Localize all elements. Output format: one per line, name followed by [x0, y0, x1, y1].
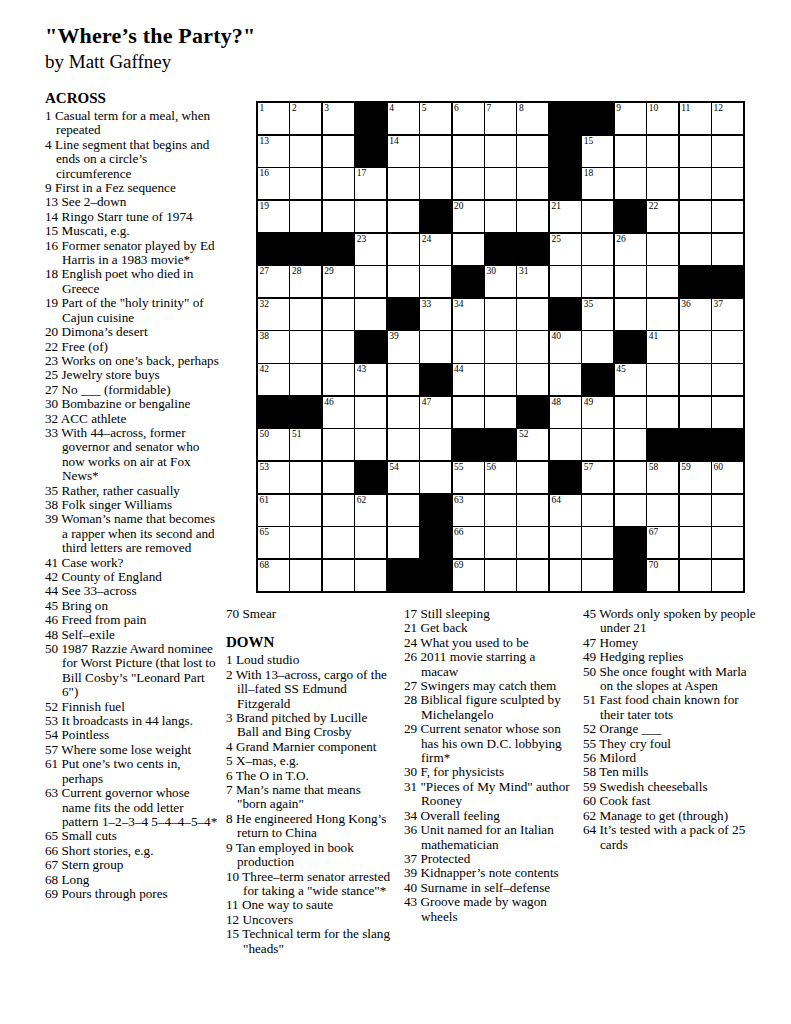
black-square	[420, 201, 451, 232]
grid-cell-r12c1[interactable]: 53	[258, 462, 289, 493]
cell-number: 30	[487, 266, 497, 277]
cell-number: 32	[260, 299, 270, 310]
grid-cell-r8c3[interactable]	[323, 331, 354, 362]
grid-cell-r5c13[interactable]	[647, 234, 678, 265]
clue-across-13: 13 See 2–down	[45, 195, 221, 209]
black-square	[453, 429, 484, 460]
clue-down-10: 10 Three–term senator arrested for takin…	[226, 870, 392, 899]
grid-cell-r2c11[interactable]: 15	[582, 136, 613, 167]
clue-column-2: 70 Smear DOWN 1 Loud studio2 With 13–acr…	[226, 607, 392, 956]
grid-cell-r12c6[interactable]	[420, 462, 451, 493]
grid-cell-r12c9[interactable]	[517, 462, 548, 493]
grid-cell-r13c9[interactable]	[517, 495, 548, 526]
grid-cell-r9c2[interactable]	[290, 364, 321, 395]
clue-down-60: 60 Cook fast	[583, 794, 759, 808]
grid-cell-r8c11[interactable]	[582, 331, 613, 362]
grid-cell-r10c14[interactable]	[680, 397, 711, 428]
cell-number: 55	[454, 462, 464, 473]
clue-across-44: 44 See 33–across	[45, 584, 221, 598]
clue-across-4: 4 Line segment that begins and ends on a…	[45, 138, 221, 181]
clue-down-15: 15 Technical term for the slang "heads"	[226, 927, 392, 956]
grid-cell-r7c1[interactable]: 32	[258, 299, 289, 330]
clue-across-65: 65 Small cuts	[45, 829, 221, 843]
clue-across-48: 48 Self–exile	[45, 628, 221, 642]
clue-across-35: 35 Rather, rather casually	[45, 484, 221, 498]
grid-cell-r1c7[interactable]: 6	[453, 103, 484, 134]
grid-cell-r13c12[interactable]	[615, 495, 646, 526]
clue-across-32: 32 ACC athlete	[45, 412, 221, 426]
grid-cell-r14c3[interactable]	[323, 527, 354, 558]
grid-cell-r14c10[interactable]	[550, 527, 581, 558]
grid-cell-r10c7[interactable]	[453, 397, 484, 428]
grid-cell-r13c8[interactable]	[485, 495, 516, 526]
grid-cell-r10c10[interactable]: 48	[550, 397, 581, 428]
clue-down-45: 45 Words only spoken by people under 21	[583, 607, 759, 636]
grid-cell-r14c11[interactable]	[582, 527, 613, 558]
grid-cell-r9c5[interactable]	[388, 364, 419, 395]
grid-cell-r9c15[interactable]	[712, 364, 743, 395]
black-square	[388, 299, 419, 330]
grid-cell-r6c4[interactable]	[355, 266, 386, 297]
grid-cell-r3c5[interactable]	[388, 168, 419, 199]
clue-down-64: 64 It’s tested with a pack of 25 cards	[583, 823, 759, 852]
clue-down-62: 62 Manage to get (through)	[583, 809, 759, 823]
cell-number: 54	[389, 462, 399, 473]
grid-cell-r8c6[interactable]	[420, 331, 451, 362]
grid-cell-r5c7[interactable]	[453, 234, 484, 265]
grid-cell-r3c7[interactable]	[453, 168, 484, 199]
grid-cell-r7c7[interactable]: 34	[453, 299, 484, 330]
grid-cell-r7c11[interactable]: 35	[582, 299, 613, 330]
grid-cell-r7c12[interactable]	[615, 299, 646, 330]
grid-cell-r3c11[interactable]: 18	[582, 168, 613, 199]
cell-number: 66	[454, 527, 464, 538]
grid-cell-r8c15[interactable]	[712, 331, 743, 362]
grid-cell-r2c6[interactable]	[420, 136, 451, 167]
cell-number: 69	[454, 560, 464, 571]
grid-cell-r7c14[interactable]: 36	[680, 299, 711, 330]
cell-number: 6	[454, 103, 459, 114]
grid-cell-r1c15[interactable]: 12	[712, 103, 743, 134]
grid-cell-r11c4[interactable]	[355, 429, 386, 460]
grid-cell-r14c4[interactable]	[355, 527, 386, 558]
grid-cell-r14c9[interactable]	[517, 527, 548, 558]
grid-cell-r9c8[interactable]	[485, 364, 516, 395]
cell-number: 5	[422, 103, 427, 114]
grid-cell-r8c13[interactable]: 41	[647, 331, 678, 362]
black-square	[615, 331, 646, 362]
grid-cell-r8c14[interactable]	[680, 331, 711, 362]
clue-down-34: 34 Overall feeling	[404, 809, 575, 823]
cell-number: 24	[422, 234, 432, 245]
cell-number: 46	[324, 397, 334, 408]
grid-cell-r7c15[interactable]: 37	[712, 299, 743, 330]
grid-cell-r4c4[interactable]	[355, 201, 386, 232]
grid-cell-r4c8[interactable]	[485, 201, 516, 232]
crossword-grid: 1234567891011121314151617181920212223242…	[256, 101, 745, 593]
grid-cell-r12c3[interactable]	[323, 462, 354, 493]
grid-cell-r10c15[interactable]	[712, 397, 743, 428]
grid-cell-r12c12[interactable]	[615, 462, 646, 493]
grid-cell-r4c2[interactable]	[290, 201, 321, 232]
clue-down-55: 55 They cry foul	[583, 737, 759, 751]
grid-cell-r8c5[interactable]: 39	[388, 331, 419, 362]
grid-cell-r9c3[interactable]	[323, 364, 354, 395]
grid-cell-r10c6[interactable]: 47	[420, 397, 451, 428]
grid-cell-r10c5[interactable]	[388, 397, 419, 428]
clue-down-50: 50 She once fought with Marla on the slo…	[583, 665, 759, 694]
grid-cell-r7c3[interactable]	[323, 299, 354, 330]
grid-cell-r2c13[interactable]	[647, 136, 678, 167]
grid-cell-r13c5[interactable]	[388, 495, 419, 526]
grid-cell-r3c4[interactable]: 17	[355, 168, 386, 199]
across-clues-list: 1 Casual term for a meal, when repeated4…	[45, 109, 221, 901]
cell-number: 10	[649, 103, 659, 114]
grid-cell-r4c3[interactable]	[323, 201, 354, 232]
grid-cell-r1c6[interactable]: 5	[420, 103, 451, 134]
clue-down-37: 37 Protected	[404, 852, 575, 866]
clue-across-25: 25 Jewelry store buys	[45, 368, 221, 382]
black-square	[550, 462, 581, 493]
grid-cell-r1c2[interactable]: 2	[290, 103, 321, 134]
grid-cell-r7c4[interactable]	[355, 299, 386, 330]
grid-cell-r6c9[interactable]: 31	[517, 266, 548, 297]
grid-cell-r3c12[interactable]	[615, 168, 646, 199]
grid-cell-r14c1[interactable]: 65	[258, 527, 289, 558]
black-square	[680, 429, 711, 460]
grid-cell-r8c10[interactable]: 40	[550, 331, 581, 362]
grid-cell-r5c12[interactable]: 26	[615, 234, 646, 265]
cell-number: 42	[260, 364, 270, 375]
clue-across-9: 9 First in a Fez sequence	[45, 181, 221, 195]
grid-cell-r7c8[interactable]	[485, 299, 516, 330]
grid-cell-r13c14[interactable]	[680, 495, 711, 526]
cell-number: 34	[454, 299, 464, 310]
grid-cell-r13c7[interactable]: 63	[453, 495, 484, 526]
grid-cell-r11c12[interactable]	[615, 429, 646, 460]
grid-cell-r2c3[interactable]	[323, 136, 354, 167]
grid-cell-r14c7[interactable]: 66	[453, 527, 484, 558]
grid-cell-r7c13[interactable]	[647, 299, 678, 330]
grid-cell-r10c12[interactable]	[615, 397, 646, 428]
grid-cell-r1c8[interactable]: 7	[485, 103, 516, 134]
grid-cell-r5c5[interactable]	[388, 234, 419, 265]
grid-cell-r13c11[interactable]	[582, 495, 613, 526]
grid-cell-r1c3[interactable]: 3	[323, 103, 354, 134]
grid-cell-r13c15[interactable]	[712, 495, 743, 526]
grid-cell-r9c13[interactable]	[647, 364, 678, 395]
grid-cell-r13c4[interactable]: 62	[355, 495, 386, 526]
down-clues-list-1: 1 Loud studio2 With 13–across, cargo of …	[226, 653, 392, 956]
clue-across-69: 69 Pours through pores	[45, 887, 221, 901]
grid-cell-r3c1[interactable]: 16	[258, 168, 289, 199]
grid-cell-r6c11[interactable]	[582, 266, 613, 297]
grid-cell-r5c4[interactable]: 23	[355, 234, 386, 265]
cell-number: 61	[260, 495, 270, 506]
black-square	[355, 103, 386, 134]
cell-number: 14	[389, 136, 399, 147]
grid-cell-r14c8[interactable]	[485, 527, 516, 558]
grid-cell-r5c6[interactable]: 24	[420, 234, 451, 265]
grid-cell-r10c3[interactable]: 46	[323, 397, 354, 428]
grid-cell-r11c9[interactable]: 52	[517, 429, 548, 460]
grid-cell-r15c2[interactable]	[290, 560, 321, 591]
clue-down-28: 28 Biblical figure sculpted by Michelang…	[404, 693, 575, 722]
black-square	[355, 462, 386, 493]
grid-cell-r6c13[interactable]	[647, 266, 678, 297]
grid-cell-r15c7[interactable]: 69	[453, 560, 484, 591]
clue-across-41: 41 Case work?	[45, 556, 221, 570]
clue-across-53: 53 It broadcasts in 44 langs.	[45, 714, 221, 728]
cell-number: 57	[584, 462, 594, 473]
grid-cell-r4c1[interactable]: 19	[258, 201, 289, 232]
grid-cell-r1c13[interactable]: 10	[647, 103, 678, 134]
grid-cell-r2c1[interactable]: 13	[258, 136, 289, 167]
grid-cell-r1c5[interactable]: 4	[388, 103, 419, 134]
grid-cell-r11c3[interactable]	[323, 429, 354, 460]
cell-number: 59	[681, 462, 691, 473]
grid-cell-r10c4[interactable]	[355, 397, 386, 428]
grid-cell-r6c6[interactable]	[420, 266, 451, 297]
grid-cell-r9c9[interactable]	[517, 364, 548, 395]
grid-cell-r9c7[interactable]: 44	[453, 364, 484, 395]
grid-cell-r3c6[interactable]	[420, 168, 451, 199]
clue-across-70: 70 Smear	[226, 607, 392, 621]
grid-cell-r10c11[interactable]: 49	[582, 397, 613, 428]
grid-cell-r13c13[interactable]	[647, 495, 678, 526]
clue-across-18: 18 English poet who died in Greece	[45, 267, 221, 296]
grid-cell-r8c1[interactable]: 38	[258, 331, 289, 362]
cell-number: 20	[454, 201, 464, 212]
cell-number: 52	[519, 429, 529, 440]
grid-cell-r2c5[interactable]: 14	[388, 136, 419, 167]
grid-cell-r13c2[interactable]	[290, 495, 321, 526]
black-square	[517, 397, 548, 428]
grid-cell-r13c1[interactable]: 61	[258, 495, 289, 526]
down-header: DOWN	[226, 634, 392, 651]
clue-across-1: 1 Casual term for a meal, when repeated	[45, 109, 221, 138]
grid-cell-r3c14[interactable]	[680, 168, 711, 199]
cell-number: 58	[649, 462, 659, 473]
clue-down-52: 52 Orange ___	[583, 722, 759, 736]
grid-cell-r3c2[interactable]	[290, 168, 321, 199]
clue-across-30: 30 Bombazine or bengaline	[45, 397, 221, 411]
grid-cell-r15c13[interactable]: 70	[647, 560, 678, 591]
grid-cell-r14c14[interactable]	[680, 527, 711, 558]
clue-across-67: 67 Stern group	[45, 858, 221, 872]
grid-cell-r6c8[interactable]: 30	[485, 266, 516, 297]
grid-cell-r15c1[interactable]: 68	[258, 560, 289, 591]
grid-cell-r1c12[interactable]: 9	[615, 103, 646, 134]
grid-cell-r1c1[interactable]: 1	[258, 103, 289, 134]
clue-across-42: 42 County of England	[45, 570, 221, 584]
black-square	[582, 103, 613, 134]
black-square	[550, 103, 581, 134]
black-square	[615, 560, 646, 591]
grid-cell-r6c5[interactable]	[388, 266, 419, 297]
grid-cell-r9c10[interactable]	[550, 364, 581, 395]
cell-number: 40	[551, 331, 561, 342]
grid-cell-r4c11[interactable]	[582, 201, 613, 232]
grid-cell-r12c5[interactable]: 54	[388, 462, 419, 493]
clue-down-2: 2 With 13–across, cargo of the ill–fated…	[226, 668, 392, 711]
grid-cell-r11c10[interactable]	[550, 429, 581, 460]
grid-cell-r13c10[interactable]: 64	[550, 495, 581, 526]
grid-cell-r4c9[interactable]	[517, 201, 548, 232]
grid-cell-r15c11[interactable]	[582, 560, 613, 591]
cell-number: 33	[422, 299, 432, 310]
cell-number: 3	[324, 103, 329, 114]
clue-across-63: 63 Current governor whose name fits the …	[45, 786, 221, 829]
grid-cell-r6c10[interactable]	[550, 266, 581, 297]
grid-cell-r3c3[interactable]	[323, 168, 354, 199]
cell-number: 22	[649, 201, 659, 212]
clue-down-56: 56 Milord	[583, 751, 759, 765]
puzzle-title: "Where’s the Party?"	[45, 23, 256, 49]
cell-number: 25	[551, 234, 561, 245]
black-square	[355, 331, 386, 362]
cell-number: 4	[389, 103, 394, 114]
clue-down-7: 7 Man’s name that means "born again"	[226, 783, 392, 812]
grid-cell-r3c13[interactable]	[647, 168, 678, 199]
grid-cell-r4c10[interactable]: 21	[550, 201, 581, 232]
grid-cell-r15c14[interactable]	[680, 560, 711, 591]
grid-cell-r15c15[interactable]	[712, 560, 743, 591]
cell-number: 65	[260, 527, 270, 538]
grid-cell-r5c10[interactable]: 25	[550, 234, 581, 265]
cell-number: 45	[616, 364, 626, 375]
grid-cell-r8c7[interactable]	[453, 331, 484, 362]
grid-cell-r14c13[interactable]: 67	[647, 527, 678, 558]
grid-cell-r11c1[interactable]: 50	[258, 429, 289, 460]
grid-cell-r4c7[interactable]: 20	[453, 201, 484, 232]
grid-cell-r15c8[interactable]	[485, 560, 516, 591]
grid-cell-r7c9[interactable]	[517, 299, 548, 330]
grid-cell-r4c15[interactable]	[712, 201, 743, 232]
grid-cell-r5c14[interactable]	[680, 234, 711, 265]
black-square	[550, 168, 581, 199]
grid-cell-r15c4[interactable]	[355, 560, 386, 591]
clue-down-51: 51 Fast food chain known for their tater…	[583, 693, 759, 722]
black-square	[647, 429, 678, 460]
clue-down-26: 26 2011 movie starring a macaw	[404, 650, 575, 679]
cell-number: 26	[616, 234, 626, 245]
black-square	[258, 234, 289, 265]
grid-cell-r6c12[interactable]	[615, 266, 646, 297]
black-square	[258, 397, 289, 428]
grid-cell-r15c9[interactable]	[517, 560, 548, 591]
grid-cell-r9c1[interactable]: 42	[258, 364, 289, 395]
grid-cell-r3c15[interactable]	[712, 168, 743, 199]
grid-cell-r5c11[interactable]	[582, 234, 613, 265]
grid-cell-r7c2[interactable]	[290, 299, 321, 330]
grid-cell-r12c14[interactable]: 59	[680, 462, 711, 493]
clue-down-24: 24 What you used to be	[404, 636, 575, 650]
grid-cell-r6c2[interactable]: 28	[290, 266, 321, 297]
cell-number: 48	[551, 397, 561, 408]
black-square	[712, 429, 743, 460]
grid-cell-r14c15[interactable]	[712, 527, 743, 558]
clue-down-59: 59 Swedish cheeseballs	[583, 780, 759, 794]
grid-cell-r6c1[interactable]: 27	[258, 266, 289, 297]
grid-cell-r8c9[interactable]	[517, 331, 548, 362]
grid-cell-r8c2[interactable]	[290, 331, 321, 362]
clue-down-58: 58 Ten mills	[583, 765, 759, 779]
grid-cell-r12c7[interactable]: 55	[453, 462, 484, 493]
grid-cell-r11c2[interactable]: 51	[290, 429, 321, 460]
cell-number: 63	[454, 495, 464, 506]
black-square	[550, 136, 581, 167]
grid-cell-r4c13[interactable]: 22	[647, 201, 678, 232]
grid-cell-r11c6[interactable]	[420, 429, 451, 460]
grid-cell-r2c14[interactable]	[680, 136, 711, 167]
grid-cell-r1c9[interactable]: 8	[517, 103, 548, 134]
grid-cell-r2c7[interactable]	[453, 136, 484, 167]
grid-cell-r3c9[interactable]	[517, 168, 548, 199]
grid-cell-r2c2[interactable]	[290, 136, 321, 167]
black-square	[420, 560, 451, 591]
grid-cell-r12c15[interactable]: 60	[712, 462, 743, 493]
clue-across-15: 15 Muscati, e.g.	[45, 224, 221, 238]
grid-cell-r15c10[interactable]	[550, 560, 581, 591]
cell-number: 27	[260, 266, 270, 277]
grid-cell-r3c8[interactable]	[485, 168, 516, 199]
grid-cell-r15c3[interactable]	[323, 560, 354, 591]
grid-cell-r9c4[interactable]: 43	[355, 364, 386, 395]
grid-cell-r7c6[interactable]: 33	[420, 299, 451, 330]
cell-number: 21	[551, 201, 561, 212]
grid-cell-r2c9[interactable]	[517, 136, 548, 167]
clue-across-66: 66 Short stories, e.g.	[45, 844, 221, 858]
grid-cell-r2c8[interactable]	[485, 136, 516, 167]
clue-down-3: 3 Brand pitched by Lucille Ball and Bing…	[226, 711, 392, 740]
cell-number: 1	[260, 103, 265, 114]
grid-cell-r4c5[interactable]	[388, 201, 419, 232]
black-square	[420, 495, 451, 526]
grid-cell-r10c13[interactable]	[647, 397, 678, 428]
grid-cell-r10c8[interactable]	[485, 397, 516, 428]
cell-number: 67	[649, 527, 659, 538]
grid-cell-r6c3[interactable]: 29	[323, 266, 354, 297]
grid-cell-r8c8[interactable]	[485, 331, 516, 362]
cell-number: 31	[519, 266, 529, 277]
grid-cell-r9c12[interactable]: 45	[615, 364, 646, 395]
grid-cell-r14c2[interactable]	[290, 527, 321, 558]
grid-cell-r2c12[interactable]	[615, 136, 646, 167]
grid-cell-r12c2[interactable]	[290, 462, 321, 493]
grid-cell-r9c14[interactable]	[680, 364, 711, 395]
grid-cell-r13c3[interactable]	[323, 495, 354, 526]
clue-column-4: 45 Words only spoken by people under 214…	[583, 607, 759, 852]
cell-number: 36	[681, 299, 691, 310]
grid-cell-r12c13[interactable]: 58	[647, 462, 678, 493]
clue-down-1: 1 Loud studio	[226, 653, 392, 667]
grid-cell-r12c11[interactable]: 57	[582, 462, 613, 493]
grid-cell-r5c15[interactable]	[712, 234, 743, 265]
grid-cell-r11c11[interactable]	[582, 429, 613, 460]
grid-cell-r12c8[interactable]: 56	[485, 462, 516, 493]
cell-number: 28	[292, 266, 302, 277]
clue-down-17: 17 Still sleeping	[404, 607, 575, 621]
grid-cell-r14c5[interactable]	[388, 527, 419, 558]
grid-cell-r11c5[interactable]	[388, 429, 419, 460]
grid-cell-r1c14[interactable]: 11	[680, 103, 711, 134]
grid-cell-r4c14[interactable]	[680, 201, 711, 232]
cell-number: 44	[454, 364, 464, 375]
clue-down-11: 11 One way to saute	[226, 898, 392, 912]
grid-cell-r2c15[interactable]	[712, 136, 743, 167]
clue-down-43: 43 Groove made by wagon wheels	[404, 895, 575, 924]
